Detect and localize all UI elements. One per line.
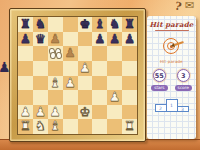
stats-row: 55 stars 3 score (147, 69, 196, 91)
square-b7[interactable]: ♛ (33, 32, 48, 47)
square-g1[interactable] (107, 119, 122, 134)
square-h3[interactable] (122, 90, 137, 105)
square-b6[interactable] (33, 46, 48, 61)
square-b1[interactable]: ♞ (33, 119, 48, 134)
white-bishop-c4[interactable]: ♝ (50, 77, 61, 90)
egg-icon (55, 52, 61, 60)
square-f8[interactable]: ♝ (92, 17, 107, 32)
score-label: score (175, 85, 192, 92)
square-a3[interactable] (18, 90, 33, 105)
help-question-icon[interactable]: ? (174, 0, 183, 14)
black-rook-a8[interactable]: ♜ (20, 18, 31, 31)
square-b8[interactable]: ♞ (33, 17, 48, 32)
target-icon (162, 37, 182, 57)
stat-stars: 55 stars (151, 69, 167, 91)
score-value: 3 (177, 69, 190, 82)
square-f3[interactable] (92, 90, 107, 105)
white-pawn-c2[interactable]: ♟ (50, 106, 61, 119)
square-c3[interactable] (48, 90, 63, 105)
square-e7[interactable] (78, 32, 93, 47)
square-b4[interactable] (33, 76, 48, 91)
envelope-icon[interactable]: ✉ (185, 0, 194, 12)
podium-third: 3 (178, 106, 189, 112)
square-c5[interactable] (48, 61, 63, 76)
square-g7[interactable]: ♟ (107, 32, 122, 47)
egg-icon (49, 52, 55, 60)
square-b2[interactable]: ♟ (33, 105, 48, 120)
square-h2[interactable] (122, 105, 137, 120)
black-knight-b8[interactable]: ♞ (35, 18, 46, 31)
square-e1[interactable] (78, 119, 93, 134)
podium-second: 2 (155, 104, 166, 112)
egg-cluster-c6[interactable] (49, 48, 62, 59)
square-e4[interactable] (78, 76, 93, 91)
square-g4[interactable] (107, 76, 122, 91)
square-f5[interactable] (92, 61, 107, 76)
black-queen-b7[interactable]: ♛ (35, 33, 46, 46)
tan-pawn-d6[interactable]: ♟ (64, 47, 75, 60)
square-d7[interactable] (63, 32, 78, 47)
square-f4[interactable] (92, 76, 107, 91)
white-pawn-e5[interactable]: ♟ (79, 62, 90, 75)
white-pawn-b2[interactable]: ♟ (35, 106, 46, 119)
square-e6[interactable] (78, 46, 93, 61)
score-panel: Hit parade Hit parade 55 stars 3 score 2… (147, 16, 196, 139)
square-b3[interactable] (33, 90, 48, 105)
square-g3[interactable]: ♟ (107, 90, 122, 105)
title-underline (155, 30, 189, 31)
square-h6[interactable] (122, 46, 137, 61)
square-c2[interactable]: ♟ (48, 105, 63, 120)
square-a5[interactable] (18, 61, 33, 76)
square-e3[interactable] (78, 90, 93, 105)
square-f7[interactable]: ♟ (92, 32, 107, 47)
square-h8[interactable]: ♜ (122, 17, 137, 32)
white-rook-a1[interactable]: ♜ (20, 120, 31, 133)
square-h5[interactable] (122, 61, 137, 76)
panel-title: Hit parade (147, 20, 196, 29)
podium-icon: 2 1 3 (147, 99, 196, 112)
square-c6[interactable] (48, 46, 63, 61)
black-pawn-a7[interactable]: ♟ (20, 33, 31, 46)
stars-label: stars (151, 85, 167, 92)
square-a1[interactable]: ♜ (18, 119, 33, 134)
square-b5[interactable] (33, 61, 48, 76)
square-d5[interactable] (63, 61, 78, 76)
white-pawn-a2[interactable]: ♟ (20, 106, 31, 119)
square-g2[interactable] (107, 105, 122, 120)
square-a8[interactable]: ♜ (18, 17, 33, 32)
stat-score: 3 score (175, 69, 192, 91)
black-pawn-f7[interactable]: ♟ (94, 33, 105, 46)
white-pawn-d4[interactable]: ♟ (64, 77, 75, 90)
white-bishop-c1[interactable]: ♝ (50, 120, 61, 133)
square-g5[interactable] (107, 61, 122, 76)
black-rook-h8[interactable]: ♜ (124, 18, 135, 31)
square-a7[interactable]: ♟ (18, 32, 33, 47)
black-king-e8[interactable]: ♚ (79, 18, 90, 31)
square-g6[interactable] (107, 46, 122, 61)
square-c1[interactable]: ♝ (48, 119, 63, 134)
chess-board[interactable]: ♜♞♚♝♞♜♟♛♟♟♟♟♟♟♝♟♟♟♟♟♚♜♞♝♜ (17, 16, 138, 135)
black-knight-g8[interactable]: ♞ (109, 18, 120, 31)
black-bishop-f8[interactable]: ♝ (94, 18, 105, 31)
square-c7[interactable]: ♟ (48, 32, 63, 47)
square-d2[interactable] (63, 105, 78, 120)
square-e5[interactable]: ♟ (78, 61, 93, 76)
square-f6[interactable] (92, 46, 107, 61)
square-h7[interactable]: ♟ (122, 32, 137, 47)
square-c4[interactable]: ♝ (48, 76, 63, 91)
square-c8[interactable] (48, 17, 63, 32)
square-e2[interactable]: ♚ (78, 105, 93, 120)
square-d3[interactable] (63, 90, 78, 105)
square-a4[interactable] (18, 76, 33, 91)
white-rook-h1[interactable]: ♜ (124, 120, 135, 133)
app-window: ? ✉ ♟ ♜♞♚♝♞♜♟♛♟♟♟♟♟♟♝♟♟♟♟♟♚♜♞♝♜ Hit para… (0, 0, 200, 150)
square-e8[interactable]: ♚ (78, 17, 93, 32)
white-knight-b1[interactable]: ♞ (35, 120, 46, 133)
square-h4[interactable] (122, 76, 137, 91)
target-caption: Hit parade (147, 59, 196, 64)
square-d4[interactable]: ♟ (63, 76, 78, 91)
tan-pawn-c7[interactable]: ♟ (50, 33, 61, 46)
podium-first: 1 (166, 99, 178, 112)
square-g8[interactable]: ♞ (107, 17, 122, 32)
square-a2[interactable]: ♟ (18, 105, 33, 120)
square-f2[interactable] (92, 105, 107, 120)
black-pawn-g7[interactable]: ♟ (109, 33, 120, 46)
square-d8[interactable] (63, 17, 78, 32)
square-a6[interactable] (18, 46, 33, 61)
white-king-e2[interactable]: ♚ (79, 106, 90, 119)
stars-value: 55 (153, 69, 166, 82)
white-pawn-g3[interactable]: ♟ (109, 91, 120, 104)
square-h1[interactable]: ♜ (122, 119, 137, 134)
black-pawn-h7[interactable]: ♟ (124, 33, 135, 46)
square-f1[interactable] (92, 119, 107, 134)
square-d1[interactable] (63, 119, 78, 134)
square-d6[interactable]: ♟ (63, 46, 78, 61)
